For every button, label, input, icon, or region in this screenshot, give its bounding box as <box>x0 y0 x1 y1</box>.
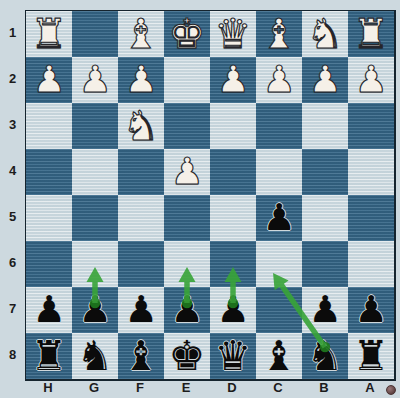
piece-bP-g7[interactable]: ♟ <box>78 287 111 333</box>
square-c7[interactable] <box>256 287 302 333</box>
square-f8[interactable]: ♝ <box>118 333 164 379</box>
piece-bP-d7[interactable]: ♟ <box>216 287 249 333</box>
piece-bP-e7[interactable]: ♟ <box>170 287 203 333</box>
square-b6[interactable] <box>302 241 348 287</box>
piece-wK-e1[interactable]: ♚ <box>169 11 206 57</box>
piece-bR-a8[interactable]: ♜ <box>353 333 390 379</box>
rank-label-1: 1 <box>0 10 25 56</box>
square-c4[interactable] <box>256 149 302 195</box>
piece-bB-f8[interactable]: ♝ <box>123 333 160 379</box>
square-h3[interactable] <box>26 103 72 149</box>
square-e3[interactable] <box>164 103 210 149</box>
rank-label-5: 5 <box>0 194 25 240</box>
square-b8[interactable]: ♞ <box>302 333 348 379</box>
square-d8[interactable]: ♛ <box>210 333 256 379</box>
square-h6[interactable] <box>26 241 72 287</box>
piece-bP-c5[interactable]: ♟ <box>262 195 295 241</box>
square-c5[interactable]: ♟ <box>256 195 302 241</box>
square-a8[interactable]: ♜ <box>348 333 394 379</box>
file-label-e: E <box>163 379 209 398</box>
square-c2[interactable]: ♟ <box>256 57 302 103</box>
piece-wP-g2[interactable]: ♟ <box>78 57 111 103</box>
rank-label-8: 8 <box>0 332 25 378</box>
file-labels: HGFEDCBA <box>25 379 393 398</box>
piece-bN-g8[interactable]: ♞ <box>77 333 114 379</box>
piece-wP-a2[interactable]: ♟ <box>354 57 387 103</box>
piece-bQ-d8[interactable]: ♛ <box>215 333 252 379</box>
piece-wR-a1[interactable]: ♜ <box>353 11 390 57</box>
square-g1[interactable] <box>72 11 118 57</box>
square-g7[interactable]: ♟ <box>72 287 118 333</box>
file-label-b: B <box>301 379 347 398</box>
square-c1[interactable]: ♝ <box>256 11 302 57</box>
square-e8[interactable]: ♚ <box>164 333 210 379</box>
piece-wB-c1[interactable]: ♝ <box>261 11 298 57</box>
square-f4[interactable] <box>118 149 164 195</box>
square-b1[interactable]: ♞ <box>302 11 348 57</box>
square-b4[interactable] <box>302 149 348 195</box>
file-label-g: G <box>71 379 117 398</box>
rank-label-6: 6 <box>0 240 25 286</box>
square-a1[interactable]: ♜ <box>348 11 394 57</box>
piece-bK-e8[interactable]: ♚ <box>169 333 206 379</box>
square-a5[interactable] <box>348 195 394 241</box>
square-f5[interactable] <box>118 195 164 241</box>
piece-wB-f1[interactable]: ♝ <box>123 11 160 57</box>
piece-wQ-d1[interactable]: ♛ <box>215 11 252 57</box>
piece-wN-b1[interactable]: ♞ <box>307 11 344 57</box>
rank-label-7: 7 <box>0 286 25 332</box>
piece-bP-a7[interactable]: ♟ <box>354 287 387 333</box>
square-a3[interactable] <box>348 103 394 149</box>
square-h5[interactable] <box>26 195 72 241</box>
square-e7[interactable]: ♟ <box>164 287 210 333</box>
square-h7[interactable]: ♟ <box>26 287 72 333</box>
square-b7[interactable]: ♟ <box>302 287 348 333</box>
square-d4[interactable] <box>210 149 256 195</box>
square-g3[interactable] <box>72 103 118 149</box>
square-d3[interactable] <box>210 103 256 149</box>
piece-bP-f7[interactable]: ♟ <box>124 287 157 333</box>
rank-label-2: 2 <box>0 56 25 102</box>
piece-bR-h8[interactable]: ♜ <box>31 333 68 379</box>
piece-bN-b8[interactable]: ♞ <box>307 333 344 379</box>
square-e1[interactable]: ♚ <box>164 11 210 57</box>
board[interactable]: ♜♝♚♛♝♞♜♟♟♟♟♟♟♟♞♟♟♟♟♟♟♟♟♟♜♞♝♚♛♝♞♜ <box>25 10 396 381</box>
piece-wP-c2[interactable]: ♟ <box>262 57 295 103</box>
square-h1[interactable]: ♜ <box>26 11 72 57</box>
piece-wP-h2[interactable]: ♟ <box>32 57 65 103</box>
file-label-d: D <box>209 379 255 398</box>
piece-wP-b2[interactable]: ♟ <box>308 57 341 103</box>
square-c3[interactable] <box>256 103 302 149</box>
square-g5[interactable] <box>72 195 118 241</box>
square-d7[interactable]: ♟ <box>210 287 256 333</box>
square-g4[interactable] <box>72 149 118 195</box>
rank-label-3: 3 <box>0 102 25 148</box>
square-h8[interactable]: ♜ <box>26 333 72 379</box>
piece-wR-h1[interactable]: ♜ <box>31 11 68 57</box>
piece-bP-b7[interactable]: ♟ <box>308 287 341 333</box>
piece-wP-e4[interactable]: ♟ <box>170 149 203 195</box>
square-a2[interactable]: ♟ <box>348 57 394 103</box>
piece-wP-d2[interactable]: ♟ <box>216 57 249 103</box>
file-label-c: C <box>255 379 301 398</box>
square-g8[interactable]: ♞ <box>72 333 118 379</box>
rank-labels: 12345678 <box>0 10 25 378</box>
square-e4[interactable]: ♟ <box>164 149 210 195</box>
square-h4[interactable] <box>26 149 72 195</box>
square-a4[interactable] <box>348 149 394 195</box>
square-e2[interactable] <box>164 57 210 103</box>
square-b5[interactable] <box>302 195 348 241</box>
square-f2[interactable]: ♟ <box>118 57 164 103</box>
piece-bB-c8[interactable]: ♝ <box>261 333 298 379</box>
square-d5[interactable] <box>210 195 256 241</box>
piece-wP-f2[interactable]: ♟ <box>124 57 157 103</box>
square-d2[interactable]: ♟ <box>210 57 256 103</box>
square-g2[interactable]: ♟ <box>72 57 118 103</box>
square-b2[interactable]: ♟ <box>302 57 348 103</box>
square-c8[interactable]: ♝ <box>256 333 302 379</box>
square-a6[interactable] <box>348 241 394 287</box>
square-b3[interactable] <box>302 103 348 149</box>
rank-label-4: 4 <box>0 148 25 194</box>
piece-wN-f3[interactable]: ♞ <box>123 103 160 149</box>
square-e6[interactable] <box>164 241 210 287</box>
file-label-f: F <box>117 379 163 398</box>
square-g6[interactable] <box>72 241 118 287</box>
square-f7[interactable]: ♟ <box>118 287 164 333</box>
piece-bP-h7[interactable]: ♟ <box>32 287 65 333</box>
corner-dot <box>386 385 396 395</box>
square-a7[interactable]: ♟ <box>348 287 394 333</box>
square-c6[interactable] <box>256 241 302 287</box>
square-h2[interactable]: ♟ <box>26 57 72 103</box>
square-f6[interactable] <box>118 241 164 287</box>
square-d1[interactable]: ♛ <box>210 11 256 57</box>
square-d6[interactable] <box>210 241 256 287</box>
square-e5[interactable] <box>164 195 210 241</box>
file-label-h: H <box>25 379 71 398</box>
square-f3[interactable]: ♞ <box>118 103 164 149</box>
square-f1[interactable]: ♝ <box>118 11 164 57</box>
